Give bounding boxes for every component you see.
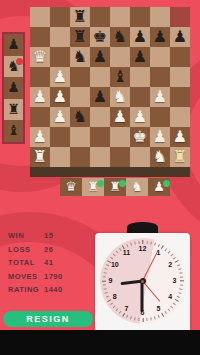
clock-tick (157, 315, 159, 318)
clock-tick (112, 254, 114, 256)
square-f3[interactable]: ♟ (130, 107, 150, 127)
black-rook: ♜ (70, 27, 90, 47)
square-h1[interactable]: ♜ (170, 147, 190, 167)
square-d6[interactable]: ♟ (90, 47, 110, 67)
clock-number-7: 7 (121, 304, 133, 314)
square-f6[interactable]: ♟ (130, 47, 150, 67)
black-knight: ♞ (110, 27, 130, 47)
square-e3[interactable]: ♟ (110, 107, 130, 127)
square-f1[interactable] (130, 147, 150, 167)
clock-tick (115, 251, 117, 253)
clock-tick (167, 251, 169, 253)
board-bottom-frame (30, 167, 190, 177)
stat-row-rating: RATING 1440 (8, 283, 98, 297)
black-knight: ♞ (70, 47, 90, 67)
clock-tick (167, 309, 169, 311)
square-b6[interactable] (50, 47, 70, 67)
square-h5[interactable] (170, 67, 190, 87)
clock-tick (142, 318, 143, 322)
stat-label: MOVES (8, 272, 44, 281)
square-a4[interactable]: ♟ (30, 87, 50, 107)
square-b1[interactable] (50, 147, 70, 167)
clock-tick (126, 244, 128, 247)
square-h7[interactable]: ♟ (170, 27, 190, 47)
square-g6[interactable] (150, 47, 170, 67)
square-a5[interactable] (30, 67, 50, 87)
black-pawn: ♟ (170, 27, 190, 47)
clock-tick (173, 303, 175, 305)
square-e1[interactable] (110, 147, 130, 167)
square-h8[interactable] (170, 7, 190, 27)
clock-tick (170, 254, 172, 256)
square-e6[interactable] (110, 47, 130, 67)
square-g4[interactable]: ♟ (150, 87, 170, 107)
app-screen: ♜♜♚♞♟♟♟♛♞♟♟♟♝♟♟♟♞♟♟♞♟♟♟♚♟♟♜♞♜ ♟♞♟♜♝ ♛♜♜♞… (0, 0, 200, 355)
stat-value: 1790 (44, 272, 63, 281)
square-g8[interactable] (150, 7, 170, 27)
clock-tick (179, 288, 182, 289)
white-pawn: ♟ (150, 127, 170, 147)
clock-tick (103, 288, 106, 289)
square-h3[interactable] (170, 107, 190, 127)
white-queen: ♛ (30, 47, 50, 67)
chess-board: ♜♜♚♞♟♟♟♛♞♟♟♟♝♟♟♟♞♟♟♞♟♟♟♚♟♟♜♞♜ (30, 7, 190, 167)
captured-cell: ♜ (104, 178, 126, 196)
white-pawn: ♟ (170, 127, 190, 147)
black-pawn: ♟ (90, 47, 110, 67)
black-bishop: ♝ (110, 67, 130, 87)
square-d1[interactable] (90, 147, 110, 167)
clock-tick (179, 272, 182, 273)
captured-white-tray: ♛♜♜♞♟ (60, 178, 170, 196)
black-pawn: ♟ (90, 87, 110, 107)
square-c7[interactable]: ♜ (70, 27, 90, 47)
square-a8[interactable] (30, 7, 50, 27)
square-g5[interactable] (150, 67, 170, 87)
white-pawn: ♟ (50, 107, 70, 127)
captured-cell: ♝ (4, 120, 23, 142)
square-f5[interactable] (130, 67, 150, 87)
square-a6[interactable]: ♛ (30, 47, 50, 67)
alarm-hand (142, 281, 160, 302)
square-c3[interactable]: ♞ (70, 107, 90, 127)
clock-tick (115, 309, 117, 311)
captured-cell: ♞ (126, 178, 148, 196)
square-b2[interactable] (50, 127, 70, 147)
white-knight: ♞ (150, 147, 170, 167)
clock-number-8: 8 (109, 292, 121, 302)
captured-black-rook: ♜ (4, 99, 23, 121)
black-pawn: ♟ (150, 27, 170, 47)
clock-tick (170, 306, 172, 308)
clock-tick (178, 268, 181, 270)
white-pawn: ♟ (150, 87, 170, 107)
stat-value: 15 (44, 231, 53, 240)
captured-cell: ♟ (4, 77, 23, 99)
clock-tick (154, 317, 156, 320)
clock-tick (110, 257, 112, 259)
clock-tick (138, 319, 139, 322)
square-d5[interactable] (90, 67, 110, 87)
clock-number-5: 5 (153, 304, 165, 314)
white-rook: ♜ (30, 147, 50, 167)
stat-value: 41 (44, 258, 53, 267)
captured-black-bishop: ♝ (4, 120, 23, 142)
square-h4[interactable] (170, 87, 190, 107)
square-a3[interactable] (30, 107, 50, 127)
bottom-nav-bar (0, 330, 200, 355)
clock-number-9: 9 (105, 276, 117, 286)
square-b5[interactable]: ♟ (50, 67, 70, 87)
square-d7[interactable]: ♚ (90, 27, 110, 47)
clock-number-2: 2 (164, 260, 176, 270)
clock-tick (130, 317, 132, 320)
clock-tick (177, 264, 180, 266)
count-badge (119, 180, 126, 187)
clock-number-12: 12 (137, 244, 149, 254)
stats-panel: WIN 15 LOSS 26 TOTAL 41 MOVES 1790 RATIN… (8, 229, 98, 297)
square-a1[interactable]: ♜ (30, 147, 50, 167)
count-badge (97, 180, 104, 187)
square-f4[interactable] (130, 87, 150, 107)
clock-face: 121234567891011 (100, 238, 186, 324)
clock-tick (134, 318, 135, 321)
clock-tick (146, 319, 147, 322)
white-pawn: ♟ (130, 107, 150, 127)
clock-tick (150, 318, 151, 321)
square-g7[interactable]: ♟ (150, 27, 170, 47)
captured-cell: ♜ (82, 178, 104, 196)
square-c2[interactable] (70, 127, 90, 147)
captured-white-queen: ♛ (60, 178, 82, 196)
square-b4[interactable]: ♟ (50, 87, 70, 107)
captured-white-knight: ♞ (126, 178, 148, 196)
square-g3[interactable] (150, 107, 170, 127)
clock-tick (104, 268, 107, 270)
stat-row-moves: MOVES 1790 (8, 270, 98, 284)
black-knight: ♞ (70, 107, 90, 127)
square-g1[interactable]: ♞ (150, 147, 170, 167)
clock-tick (106, 264, 109, 266)
clock-tick (150, 242, 151, 245)
clock-tick (104, 292, 107, 294)
clock-tick (134, 242, 135, 245)
square-d8[interactable] (90, 7, 110, 27)
square-d2[interactable] (90, 127, 110, 147)
square-h2[interactable]: ♟ (170, 127, 190, 147)
stat-label: TOTAL (8, 258, 44, 267)
clock-tick (106, 296, 109, 298)
black-rook: ♜ (70, 7, 90, 27)
captured-cell: ♜ (4, 99, 23, 121)
stat-row-win: WIN 15 (8, 229, 98, 243)
white-pawn: ♟ (50, 87, 70, 107)
square-c4[interactable] (70, 87, 90, 107)
white-knight: ♞ (110, 87, 130, 107)
clock-tick (178, 292, 181, 294)
clock-tick (157, 244, 159, 247)
square-e8[interactable] (110, 7, 130, 27)
clock-tick (110, 303, 112, 305)
square-c5[interactable] (70, 67, 90, 87)
clock-tick (164, 248, 166, 250)
clock-number-11: 11 (121, 248, 133, 258)
captured-cell: ♟ (4, 34, 23, 56)
resign-button[interactable]: RESIGN (3, 311, 93, 327)
square-e4[interactable]: ♞ (110, 87, 130, 107)
stat-label: WIN (8, 231, 44, 240)
captured-cell: ♛ (60, 178, 82, 196)
clock-tick (130, 243, 132, 246)
square-b7[interactable] (50, 27, 70, 47)
stat-label: LOSS (8, 245, 44, 254)
stat-value: 26 (44, 245, 53, 254)
square-a2[interactable]: ♟ (30, 127, 50, 147)
captured-cell: ♞ (4, 56, 23, 78)
square-f8[interactable] (130, 7, 150, 27)
square-b3[interactable]: ♟ (50, 107, 70, 127)
stat-row-total: TOTAL 41 (8, 256, 98, 270)
clock-tick (154, 243, 156, 246)
white-pawn: ♟ (30, 87, 50, 107)
square-h6[interactable] (170, 47, 190, 67)
clock-number-4: 4 (164, 292, 176, 302)
square-f2[interactable]: ♚ (130, 127, 150, 147)
clock-tick (103, 272, 106, 273)
white-pawn: ♟ (110, 107, 130, 127)
captured-black-pawn: ♟ (4, 34, 23, 56)
square-c8[interactable]: ♜ (70, 7, 90, 27)
clock-number-3: 3 (169, 276, 181, 286)
captured-black-tray: ♟♞♟♜♝ (2, 32, 25, 144)
white-pawn: ♟ (30, 127, 50, 147)
square-c1[interactable] (70, 147, 90, 167)
black-king: ♚ (90, 27, 110, 47)
clock-center-hub (140, 278, 146, 284)
second-hand (142, 250, 158, 281)
minute-hand (141, 281, 144, 312)
clock-tick (177, 296, 180, 298)
captured-black-pawn: ♟ (4, 77, 23, 99)
square-b8[interactable] (50, 7, 70, 27)
square-d3[interactable] (90, 107, 110, 127)
white-pawn: ♟ (50, 67, 70, 87)
square-e2[interactable] (110, 127, 130, 147)
black-pawn: ♟ (130, 27, 150, 47)
clock-tick (126, 315, 128, 318)
white-rook: ♜ (170, 147, 190, 167)
square-e7[interactable]: ♞ (110, 27, 130, 47)
stat-value: 1440 (44, 285, 63, 294)
captured-cell: ♟ (148, 178, 170, 196)
chess-clock: 121234567891011 (95, 233, 190, 330)
square-g2[interactable]: ♟ (150, 127, 170, 147)
black-pawn: ♟ (130, 47, 150, 67)
square-f7[interactable]: ♟ (130, 27, 150, 47)
clock-tick (112, 306, 114, 308)
square-c6[interactable]: ♞ (70, 47, 90, 67)
count-badge (163, 180, 170, 187)
square-e5[interactable]: ♝ (110, 67, 130, 87)
square-a7[interactable] (30, 27, 50, 47)
white-king: ♚ (130, 127, 150, 147)
count-badge (16, 58, 23, 65)
clock-tick (173, 257, 175, 259)
square-d4[interactable]: ♟ (90, 87, 110, 107)
stat-label: RATING (8, 285, 44, 294)
stat-row-loss: LOSS 26 (8, 243, 98, 257)
clock-number-10: 10 (109, 260, 121, 270)
clock-tick (164, 311, 166, 313)
